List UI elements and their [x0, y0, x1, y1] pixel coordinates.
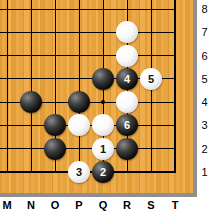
- grid-line-v-P: [79, 0, 80, 173]
- stone-black-R3[interactable]: 6: [116, 114, 138, 136]
- stone-black-Q5[interactable]: [92, 68, 114, 90]
- stone-black-O3[interactable]: [44, 114, 66, 136]
- row-label-7: 7: [197, 25, 212, 39]
- col-label-M: M: [0, 198, 15, 212]
- col-label-P: P: [71, 198, 87, 212]
- col-label-T: T: [167, 198, 183, 212]
- grid-line-h-8: [0, 9, 176, 10]
- stone-black-R5[interactable]: 4: [116, 68, 138, 90]
- grid-line-h-7: [0, 32, 176, 33]
- stone-black-O2[interactable]: [44, 138, 66, 160]
- star-point-Q4: [101, 100, 105, 104]
- stone-white-R7[interactable]: [116, 21, 138, 43]
- stone-white-S5[interactable]: 5: [140, 68, 162, 90]
- stone-white-R6[interactable]: [116, 45, 138, 67]
- grid-line-v-M: [7, 0, 8, 173]
- row-label-1: 1: [197, 165, 212, 179]
- row-label-6: 6: [197, 49, 212, 63]
- row-label-2: 2: [197, 142, 212, 156]
- go-diagram: 456132 87654321 MNOPQRST: [0, 0, 212, 212]
- go-board[interactable]: 456132: [0, 0, 197, 197]
- col-label-S: S: [143, 198, 159, 212]
- row-label-8: 8: [197, 2, 212, 16]
- grid-line-h-2: [0, 148, 176, 149]
- stone-white-P1[interactable]: 3: [68, 161, 90, 183]
- stone-white-Q2[interactable]: 1: [92, 138, 114, 160]
- stone-black-N4[interactable]: [20, 91, 42, 113]
- stone-white-Q3[interactable]: [92, 114, 114, 136]
- grid-line-v-N: [31, 0, 32, 173]
- col-label-N: N: [23, 198, 39, 212]
- row-label-3: 3: [197, 118, 212, 132]
- grid-line-h-6: [0, 55, 176, 56]
- stone-black-P4[interactable]: [68, 91, 90, 113]
- stone-white-P3[interactable]: [68, 114, 90, 136]
- grid-line-v-T: [174, 0, 176, 173]
- row-label-5: 5: [197, 72, 212, 86]
- col-label-Q: Q: [95, 198, 111, 212]
- col-label-O: O: [47, 198, 63, 212]
- stone-black-R2[interactable]: [116, 138, 138, 160]
- col-label-R: R: [119, 198, 135, 212]
- stone-black-Q1[interactable]: 2: [92, 161, 114, 183]
- row-label-4: 4: [197, 95, 212, 109]
- stone-white-R4[interactable]: [116, 91, 138, 113]
